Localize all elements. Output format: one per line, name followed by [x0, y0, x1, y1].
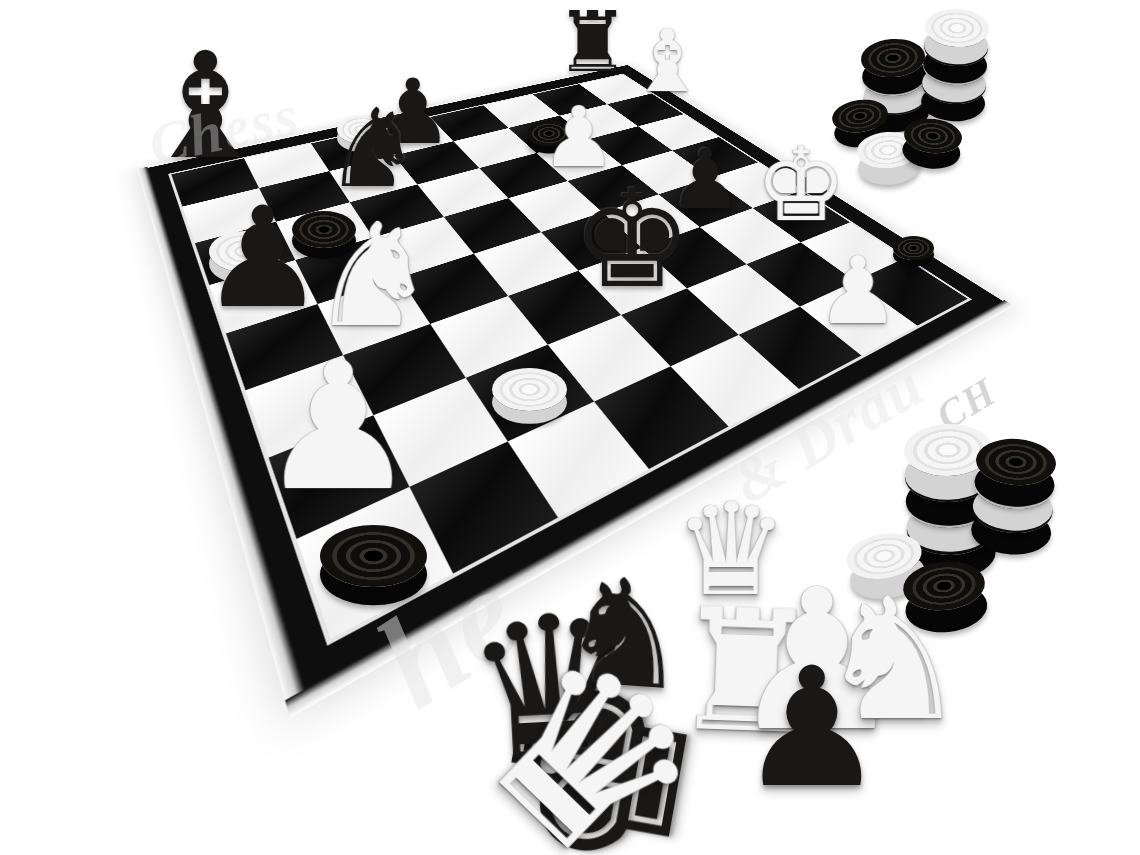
product-photo-scene: Chesshe& DrauCH ♟♞♟♟♞♟♚♚♟♟♝♜♝ ♛♚♛♞♛♜♟♞♟ [0, 0, 1140, 855]
black-pawn: ♟ [738, 646, 886, 811]
foreground-piece-layer: ♛♚♛♞♛♜♟♞♟ [0, 0, 1140, 855]
